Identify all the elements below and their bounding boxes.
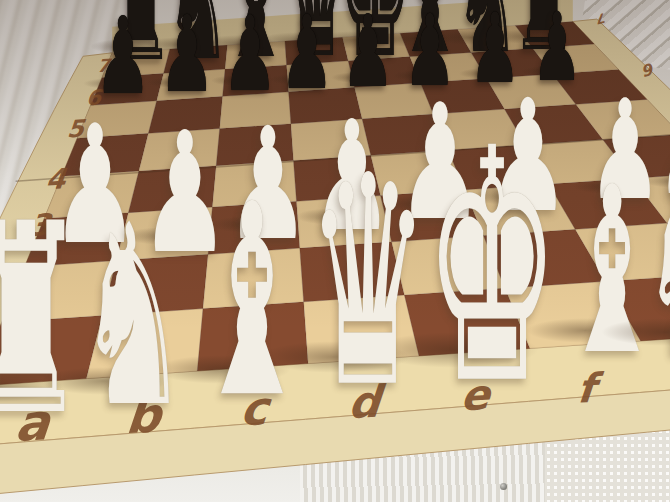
distance-shading <box>0 0 670 330</box>
screw <box>500 483 507 490</box>
photo-scene: abcdef3456767 ♜♞♝♛♚♝♞♜♟♟♟♟♟♟♟♟♟♟♟♟♟♟♟♟♜♞… <box>0 0 670 502</box>
chess-board: abcdef3456767 <box>0 0 670 502</box>
